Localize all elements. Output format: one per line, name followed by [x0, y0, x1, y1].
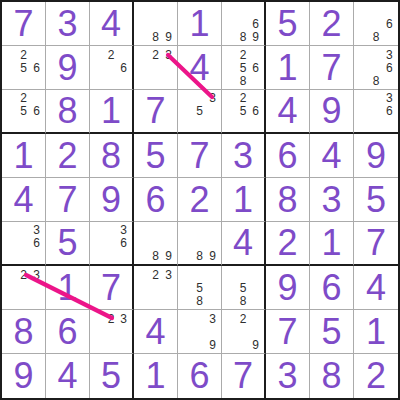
candidate-4: [92, 325, 105, 338]
candidate-2: 2: [17, 268, 30, 281]
cell-r1c7[interactable]: 5: [266, 2, 310, 46]
candidate-2: [237, 4, 250, 17]
cell-r8c6[interactable]: 29: [222, 310, 266, 354]
candidate-2: [237, 268, 250, 281]
candidate-1: [136, 224, 149, 237]
candidate-4: [180, 281, 193, 294]
candidate-6: [249, 281, 262, 294]
solved-digit: 7: [57, 182, 77, 218]
cell-r8c2[interactable]: 6: [46, 310, 90, 354]
cell-r5c2[interactable]: 7: [46, 178, 90, 222]
candidate-grid: 256: [224, 92, 262, 130]
solved-digit: 1: [366, 314, 386, 350]
candidate-5: [105, 61, 118, 74]
candidate-9: [117, 249, 130, 262]
candidate-3: [30, 92, 43, 105]
candidate-4: [224, 61, 237, 74]
candidate-6: 6: [383, 61, 396, 74]
cell-r7c6[interactable]: 58: [222, 266, 266, 310]
candidate-9: [162, 74, 175, 87]
cell-r7c2[interactable]: 1: [46, 266, 90, 310]
cell-r9c8[interactable]: 8: [310, 354, 354, 398]
cell-r1c2[interactable]: 3: [46, 2, 90, 46]
candidate-1: [4, 92, 17, 105]
candidate-9: [249, 74, 262, 87]
candidate-6: 6: [117, 237, 130, 250]
cell-r3c9[interactable]: 36: [354, 90, 398, 134]
candidate-6: [206, 281, 219, 294]
candidate-5: [17, 281, 30, 294]
candidate-1: [224, 268, 237, 281]
candidate-8: [17, 117, 30, 130]
candidate-4: [356, 105, 369, 118]
cell-r6c8[interactable]: 1: [310, 222, 354, 266]
candidate-3: [206, 224, 219, 237]
candidate-9: 9: [162, 30, 175, 43]
candidate-9: [206, 294, 219, 307]
candidate-2: 2: [237, 312, 250, 325]
candidate-5: [369, 105, 382, 118]
candidate-grid: 23: [4, 268, 43, 307]
cell-r6c3[interactable]: 36: [90, 222, 134, 266]
cell-r5c3[interactable]: 9: [90, 178, 134, 222]
candidate-6: [249, 325, 262, 338]
cell-r3c8[interactable]: 9: [310, 90, 354, 134]
solved-digit: 5: [366, 182, 386, 218]
candidate-3: 3: [117, 224, 130, 237]
candidate-4: [180, 237, 193, 250]
cell-r2c5[interactable]: 4: [178, 46, 222, 90]
candidate-7: [92, 249, 105, 262]
cell-r4c9[interactable]: 9: [354, 134, 398, 178]
cell-r6c5[interactable]: 89: [178, 222, 222, 266]
cell-r4c8[interactable]: 4: [310, 134, 354, 178]
solved-digit: 4: [366, 270, 386, 306]
candidate-grid: 36: [4, 224, 43, 262]
candidate-4: [136, 281, 149, 294]
candidate-4: [180, 105, 193, 118]
candidate-5: [149, 237, 162, 250]
candidate-6: [206, 237, 219, 250]
candidate-8: 8: [369, 74, 382, 87]
cell-r3c3[interactable]: 1: [90, 90, 134, 134]
candidate-6: [162, 17, 175, 30]
candidate-3: 3: [206, 92, 219, 105]
cell-r5c8[interactable]: 3: [310, 178, 354, 222]
cell-r3c4[interactable]: 7: [134, 90, 178, 134]
candidate-grid: 689: [224, 4, 262, 43]
solved-digit: 3: [277, 358, 297, 394]
candidate-8: [105, 249, 118, 262]
candidate-grid: 89: [180, 224, 219, 262]
solved-digit: 9: [366, 138, 386, 174]
candidate-3: 3: [383, 92, 396, 105]
candidate-3: [162, 4, 175, 17]
cell-r7c5[interactable]: 58: [178, 266, 222, 310]
candidate-5: [237, 17, 250, 30]
candidate-6: 6: [30, 61, 43, 74]
cell-r5c5[interactable]: 2: [178, 178, 222, 222]
candidate-5: [149, 17, 162, 30]
cell-r2c8[interactable]: 7: [310, 46, 354, 90]
candidate-6: [162, 61, 175, 74]
cell-r9c1[interactable]: 9: [2, 354, 46, 398]
solved-digit: 1: [101, 93, 121, 129]
candidate-5: [369, 61, 382, 74]
cell-r1c3[interactable]: 4: [90, 2, 134, 46]
solved-digit: 1: [57, 270, 77, 306]
candidate-8: [193, 338, 206, 351]
cell-r9c7[interactable]: 3: [266, 354, 310, 398]
cell-r8c9[interactable]: 1: [354, 310, 398, 354]
candidate-4: [92, 61, 105, 74]
candidate-3: [383, 4, 396, 17]
candidate-9: [383, 30, 396, 43]
solved-digit: 7: [366, 225, 386, 261]
cell-r8c1[interactable]: 8: [2, 310, 46, 354]
candidate-5: [17, 237, 30, 250]
solved-digit: 5: [57, 225, 77, 261]
cell-r4c2[interactable]: 2: [46, 134, 90, 178]
candidate-4: [356, 61, 369, 74]
cell-r8c5[interactable]: 39: [178, 310, 222, 354]
solved-digit: 2: [277, 225, 297, 261]
candidate-8: [17, 74, 30, 87]
candidate-9: 9: [249, 338, 262, 351]
candidate-grid: 29: [224, 312, 262, 351]
candidate-8: 8: [237, 30, 250, 43]
cell-r3c2[interactable]: 8: [46, 90, 90, 134]
candidate-grid: 36: [356, 92, 396, 130]
solved-digit: 4: [57, 358, 77, 394]
candidate-8: 8: [237, 294, 250, 307]
solved-digit: 6: [277, 138, 297, 174]
solved-digit: 1: [13, 138, 33, 174]
solved-digit: 7: [277, 314, 297, 350]
cell-r1c5[interactable]: 1: [178, 2, 222, 46]
candidate-1: [92, 48, 105, 61]
cell-r1c8[interactable]: 2: [310, 2, 354, 46]
cell-r5c7[interactable]: 8: [266, 178, 310, 222]
solved-digit: 8: [101, 138, 121, 174]
candidate-1: [224, 92, 237, 105]
candidate-7: [4, 249, 17, 262]
candidate-2: [193, 92, 206, 105]
candidate-7: [136, 249, 149, 262]
cell-r4c7[interactable]: 6: [266, 134, 310, 178]
solved-digit: 5: [101, 358, 121, 394]
candidate-2: 2: [17, 92, 30, 105]
candidate-2: [149, 4, 162, 17]
solved-digit: 2: [321, 6, 341, 42]
cell-r7c8[interactable]: 6: [310, 266, 354, 310]
solved-digit: 9: [277, 270, 297, 306]
candidate-9: [206, 117, 219, 130]
cell-r8c3[interactable]: 23: [90, 310, 134, 354]
candidate-2: [105, 224, 118, 237]
candidate-6: 6: [117, 61, 130, 74]
candidate-1: [136, 48, 149, 61]
candidate-4: [92, 237, 105, 250]
candidate-1: [356, 48, 369, 61]
cell-r1c6[interactable]: 689: [222, 2, 266, 46]
candidate-4: [4, 237, 17, 250]
solved-digit: 9: [101, 182, 121, 218]
cell-r5c6[interactable]: 1: [222, 178, 266, 222]
candidate-3: 3: [206, 312, 219, 325]
candidate-grid: 35: [180, 92, 219, 130]
cell-r4c6[interactable]: 3: [222, 134, 266, 178]
candidate-3: [249, 48, 262, 61]
candidate-5: 5: [17, 105, 30, 118]
candidate-6: 6: [30, 105, 43, 118]
candidate-2: [17, 224, 30, 237]
solved-digit: 1: [321, 225, 341, 261]
cell-r1c4[interactable]: 89: [134, 2, 178, 46]
candidate-5: [149, 61, 162, 74]
candidate-1: [4, 224, 17, 237]
candidate-8: 8: [193, 249, 206, 262]
candidate-6: 6: [30, 237, 43, 250]
solved-digit: 1: [145, 358, 165, 394]
candidate-2: [369, 92, 382, 105]
candidate-8: [149, 74, 162, 87]
candidate-8: 8: [369, 30, 382, 43]
candidate-4: [224, 281, 237, 294]
cell-r3c5[interactable]: 35: [178, 90, 222, 134]
candidate-5: [193, 237, 206, 250]
cell-r8c7[interactable]: 7: [266, 310, 310, 354]
candidate-9: 9: [162, 249, 175, 262]
candidate-5: 5: [237, 61, 250, 74]
solved-digit: 4: [277, 93, 297, 129]
cell-r3c6[interactable]: 256: [222, 90, 266, 134]
candidate-6: [162, 237, 175, 250]
solved-digit: 8: [13, 314, 33, 350]
candidate-9: [162, 294, 175, 307]
cell-r4c5[interactable]: 7: [178, 134, 222, 178]
cell-r9c5[interactable]: 6: [178, 354, 222, 398]
candidate-1: [224, 4, 237, 17]
cell-r6c1[interactable]: 36: [2, 222, 46, 266]
solved-digit: 9: [321, 93, 341, 129]
solved-digit: 4: [101, 6, 121, 42]
solved-digit: 2: [57, 138, 77, 174]
solved-digit: 4: [233, 225, 253, 261]
cell-r3c1[interactable]: 256: [2, 90, 46, 134]
cell-r6c6[interactable]: 4: [222, 222, 266, 266]
candidate-6: [117, 325, 130, 338]
solved-digit: 4: [13, 182, 33, 218]
candidate-8: [369, 117, 382, 130]
cell-r7c9[interactable]: 4: [354, 266, 398, 310]
candidate-3: 3: [117, 312, 130, 325]
solved-digit: 1: [277, 50, 297, 86]
candidate-9: [30, 74, 43, 87]
candidate-8: 8: [237, 74, 250, 87]
cell-r8c4[interactable]: 4: [134, 310, 178, 354]
candidate-8: [17, 249, 30, 262]
candidate-4: [356, 17, 369, 30]
cell-r5c9[interactable]: 5: [354, 178, 398, 222]
candidate-7: [180, 294, 193, 307]
candidate-3: [206, 268, 219, 281]
solved-digit: 2: [366, 358, 386, 394]
cell-r2c1[interactable]: 256: [2, 46, 46, 90]
candidate-3: [249, 92, 262, 105]
candidate-1: [356, 92, 369, 105]
candidate-3: 3: [30, 224, 43, 237]
candidate-8: [17, 294, 30, 307]
candidate-grid: 368: [356, 48, 396, 87]
cell-r6c4[interactable]: 89: [134, 222, 178, 266]
candidate-1: [92, 312, 105, 325]
candidate-3: [30, 48, 43, 61]
candidate-2: 2: [237, 48, 250, 61]
candidate-7: [180, 338, 193, 351]
candidate-9: [30, 249, 43, 262]
cell-r7c4[interactable]: 23: [134, 266, 178, 310]
candidate-7: [136, 30, 149, 43]
candidate-1: [180, 312, 193, 325]
cell-r5c1[interactable]: 4: [2, 178, 46, 222]
candidate-grid: 58: [224, 268, 262, 307]
solved-digit: 7: [233, 358, 253, 394]
candidate-1: [180, 92, 193, 105]
candidate-7: [224, 30, 237, 43]
solved-digit: 7: [101, 270, 121, 306]
cell-r4c3[interactable]: 8: [90, 134, 134, 178]
solved-digit: 3: [57, 6, 77, 42]
solved-digit: 2: [189, 182, 209, 218]
candidate-2: 2: [149, 48, 162, 61]
solved-digit: 8: [321, 358, 341, 394]
cell-r7c1[interactable]: 23: [2, 266, 46, 310]
cell-r7c7[interactable]: 9: [266, 266, 310, 310]
cell-r9c9[interactable]: 2: [354, 354, 398, 398]
candidate-1: [136, 4, 149, 17]
candidate-2: [369, 4, 382, 17]
candidate-7: [92, 338, 105, 351]
candidate-7: [4, 74, 17, 87]
candidate-3: [249, 268, 262, 281]
candidate-7: [224, 74, 237, 87]
candidate-9: 9: [206, 249, 219, 262]
candidate-9: [30, 117, 43, 130]
candidate-4: [136, 61, 149, 74]
candidate-1: [92, 224, 105, 237]
candidate-9: [117, 74, 130, 87]
cell-r2c4[interactable]: 23: [134, 46, 178, 90]
candidate-grid: 26: [92, 48, 130, 87]
cell-r1c9[interactable]: 68: [354, 2, 398, 46]
candidate-7: [92, 74, 105, 87]
candidate-8: 8: [193, 294, 206, 307]
candidate-9: [383, 117, 396, 130]
candidate-5: 5: [193, 105, 206, 118]
solved-digit: 6: [57, 314, 77, 350]
candidate-8: [149, 294, 162, 307]
candidate-4: [4, 281, 17, 294]
cell-r9c6[interactable]: 7: [222, 354, 266, 398]
solved-digit: 3: [233, 138, 253, 174]
candidate-2: [193, 312, 206, 325]
candidate-2: [149, 224, 162, 237]
candidate-grid: 39: [180, 312, 219, 351]
candidate-7: [180, 117, 193, 130]
candidate-grid: 23: [136, 48, 175, 87]
candidate-5: [193, 325, 206, 338]
candidate-9: [249, 117, 262, 130]
candidate-grid: 58: [180, 268, 219, 307]
cell-r6c2[interactable]: 5: [46, 222, 90, 266]
candidate-6: 6: [249, 61, 262, 74]
cell-r3c7[interactable]: 4: [266, 90, 310, 134]
candidate-7: [224, 117, 237, 130]
candidate-7: [136, 294, 149, 307]
cell-r6c7[interactable]: 2: [266, 222, 310, 266]
cell-r4c4[interactable]: 5: [134, 134, 178, 178]
candidate-3: 3: [383, 48, 396, 61]
solved-digit: 3: [321, 182, 341, 218]
solved-digit: 5: [277, 6, 297, 42]
candidate-1: [224, 48, 237, 61]
candidate-9: [249, 294, 262, 307]
solved-digit: 6: [321, 270, 341, 306]
cell-r2c9[interactable]: 368: [354, 46, 398, 90]
candidate-9: [117, 338, 130, 351]
candidate-2: 2: [237, 92, 250, 105]
candidate-3: 3: [30, 268, 43, 281]
cell-r8c8[interactable]: 5: [310, 310, 354, 354]
sudoku-board: 7348916895268256926234256817368256817352…: [0, 0, 400, 400]
candidate-3: 3: [162, 268, 175, 281]
cell-r1c1[interactable]: 7: [2, 2, 46, 46]
cell-r9c2[interactable]: 4: [46, 354, 90, 398]
cell-r2c7[interactable]: 1: [266, 46, 310, 90]
solved-digit: 9: [13, 358, 33, 394]
cell-r5c4[interactable]: 6: [134, 178, 178, 222]
candidate-5: [369, 17, 382, 30]
candidate-7: [224, 294, 237, 307]
solved-digit: 8: [277, 182, 297, 218]
cell-r9c3[interactable]: 5: [90, 354, 134, 398]
candidate-1: [4, 48, 17, 61]
cell-r2c2[interactable]: 9: [46, 46, 90, 90]
candidate-1: [356, 4, 369, 17]
candidate-4: [136, 17, 149, 30]
cell-r9c4[interactable]: 1: [134, 354, 178, 398]
solved-digit: 7: [13, 6, 33, 42]
candidate-7: [356, 30, 369, 43]
candidate-9: [30, 294, 43, 307]
candidate-6: [206, 325, 219, 338]
candidate-6: 6: [249, 105, 262, 118]
cell-r6c9[interactable]: 7: [354, 222, 398, 266]
candidate-4: [4, 61, 17, 74]
candidate-4: [224, 325, 237, 338]
cell-r7c3[interactable]: 7: [90, 266, 134, 310]
candidate-grid: 89: [136, 224, 175, 262]
candidate-3: 3: [162, 48, 175, 61]
solved-digit: 5: [321, 314, 341, 350]
candidate-6: 6: [249, 17, 262, 30]
candidate-7: [4, 294, 17, 307]
cell-r2c6[interactable]: 2568: [222, 46, 266, 90]
cell-r2c3[interactable]: 26: [90, 46, 134, 90]
cell-r4c1[interactable]: 1: [2, 134, 46, 178]
solved-digit: 8: [57, 93, 77, 129]
